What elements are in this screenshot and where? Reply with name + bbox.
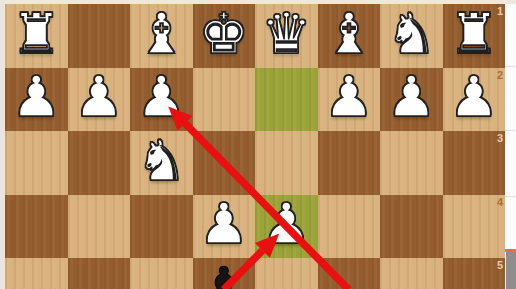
- rank-label-4: 4: [497, 196, 503, 208]
- square-a3[interactable]: 3: [443, 131, 506, 195]
- square-g5[interactable]: [68, 258, 131, 289]
- chess-board[interactable]: ♜♝♚♛♝♞♜1♟♟♟♟♟♟2♞3♟♟4♟5: [5, 4, 505, 289]
- square-a2[interactable]: ♟2: [443, 68, 506, 132]
- square-a1[interactable]: ♜1: [443, 4, 506, 68]
- side-panel-divider: [505, 196, 516, 197]
- square-a5[interactable]: 5: [443, 258, 506, 289]
- square-e2[interactable]: [193, 68, 256, 132]
- square-e5[interactable]: ♟: [193, 258, 256, 289]
- piece-white-rook-a1[interactable]: ♜: [449, 6, 499, 62]
- piece-black-pawn-e5[interactable]: ♟: [199, 260, 249, 289]
- piece-white-pawn-h2[interactable]: ♟: [11, 69, 61, 125]
- square-h3[interactable]: [5, 131, 68, 195]
- square-c1[interactable]: ♝: [318, 4, 381, 68]
- side-panel-edge: [505, 0, 516, 289]
- square-h4[interactable]: [5, 195, 68, 259]
- piece-white-pawn-e4[interactable]: ♟: [199, 196, 249, 252]
- square-e1[interactable]: ♚: [193, 4, 256, 68]
- piece-white-king-e1[interactable]: ♚: [199, 6, 249, 62]
- page-background-left-strip: [0, 0, 5, 289]
- piece-white-pawn-a2[interactable]: ♟: [449, 69, 499, 125]
- square-b3[interactable]: [380, 131, 443, 195]
- square-b4[interactable]: [380, 195, 443, 259]
- square-d1[interactable]: ♛: [255, 4, 318, 68]
- side-panel-divider: [505, 66, 516, 67]
- rank-label-1: 1: [497, 5, 503, 17]
- square-d4[interactable]: ♟: [255, 195, 318, 259]
- square-h1[interactable]: ♜: [5, 4, 68, 68]
- square-e4[interactable]: ♟: [193, 195, 256, 259]
- screenshot-root: ♜♝♚♛♝♞♜1♟♟♟♟♟♟2♞3♟♟4♟5: [0, 0, 516, 289]
- piece-white-pawn-g2[interactable]: ♟: [74, 69, 124, 125]
- piece-white-pawn-f2[interactable]: ♟: [136, 69, 186, 125]
- page-background-top-strip: [0, 0, 516, 4]
- square-b1[interactable]: ♞: [380, 4, 443, 68]
- piece-white-knight-b1[interactable]: ♞: [386, 6, 436, 62]
- square-e3[interactable]: [193, 131, 256, 195]
- piece-white-pawn-d4[interactable]: ♟: [261, 196, 311, 252]
- square-c3[interactable]: [318, 131, 381, 195]
- piece-white-knight-f3[interactable]: ♞: [136, 133, 186, 189]
- square-b5[interactable]: [380, 258, 443, 289]
- square-g4[interactable]: [68, 195, 131, 259]
- square-f3[interactable]: ♞: [130, 131, 193, 195]
- square-f5[interactable]: [130, 258, 193, 289]
- square-c5[interactable]: [318, 258, 381, 289]
- square-d2[interactable]: [255, 68, 318, 132]
- piece-white-bishop-f1[interactable]: ♝: [136, 6, 186, 62]
- square-a4[interactable]: 4: [443, 195, 506, 259]
- side-panel-divider: [505, 130, 516, 131]
- square-b2[interactable]: ♟: [380, 68, 443, 132]
- square-f4[interactable]: [130, 195, 193, 259]
- square-d5[interactable]: [255, 258, 318, 289]
- piece-white-rook-h1[interactable]: ♜: [11, 6, 61, 62]
- square-d3[interactable]: [255, 131, 318, 195]
- piece-white-queen-d1[interactable]: ♛: [261, 6, 311, 62]
- square-g2[interactable]: ♟: [68, 68, 131, 132]
- square-c2[interactable]: ♟: [318, 68, 381, 132]
- square-f2[interactable]: ♟: [130, 68, 193, 132]
- square-c4[interactable]: [318, 195, 381, 259]
- square-g3[interactable]: [68, 131, 131, 195]
- square-h5[interactable]: [5, 258, 68, 289]
- piece-white-pawn-b2[interactable]: ♟: [386, 69, 436, 125]
- rank-label-2: 2: [497, 69, 503, 81]
- square-g1[interactable]: [68, 4, 131, 68]
- square-h2[interactable]: ♟: [5, 68, 68, 132]
- rank-label-3: 3: [497, 132, 503, 144]
- piece-white-pawn-c2[interactable]: ♟: [324, 69, 374, 125]
- square-f1[interactable]: ♝: [130, 4, 193, 68]
- piece-white-bishop-c1[interactable]: ♝: [324, 6, 374, 62]
- rank-label-5: 5: [497, 259, 503, 271]
- side-panel-gray-block: [506, 252, 516, 289]
